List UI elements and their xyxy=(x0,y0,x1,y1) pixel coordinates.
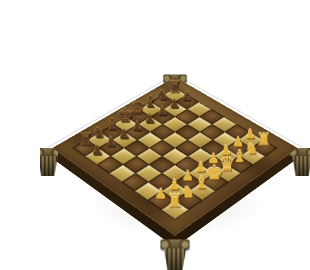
board-marble-border: ♜♟♟♜♞♟♟♞♝♟♟♝♛♟♟♛♚♟♟♚♝♟♟♝♞♟♟♞♜♟♟♜ xyxy=(52,77,298,236)
square-h1[interactable]: ♜ xyxy=(161,200,189,219)
square-h4[interactable] xyxy=(122,173,149,191)
board-leg-front xyxy=(160,239,189,270)
piece-black-pawn[interactable]: ♟ xyxy=(84,144,110,157)
chess-board: ♜♟♟♜♞♟♟♞♝♟♟♝♛♟♟♛♚♟♟♚♝♟♟♝♞♟♟♞♜♟♟♜ xyxy=(48,74,303,239)
chess-set-photo: Decorative metal chess set photographed … xyxy=(40,16,310,270)
board-grid: ♜♟♟♜♞♟♟♞♝♟♟♝♛♟♟♛♚♟♟♚♝♟♟♝♞♟♟♞♜♟♟♜ xyxy=(73,88,277,219)
chess-set-scene: ♜♟♟♜♞♟♟♞♝♟♟♝♛♟♟♛♚♟♟♚♝♟♟♝♞♟♟♞♜♟♟♜ xyxy=(40,16,310,270)
board-rim: ♜♟♟♜♞♟♟♞♝♟♟♝♛♟♟♛♚♟♟♚♝♟♟♝♞♟♟♞♜♟♟♜ xyxy=(48,74,303,239)
piece-white-rook[interactable]: ♜ xyxy=(160,192,188,210)
